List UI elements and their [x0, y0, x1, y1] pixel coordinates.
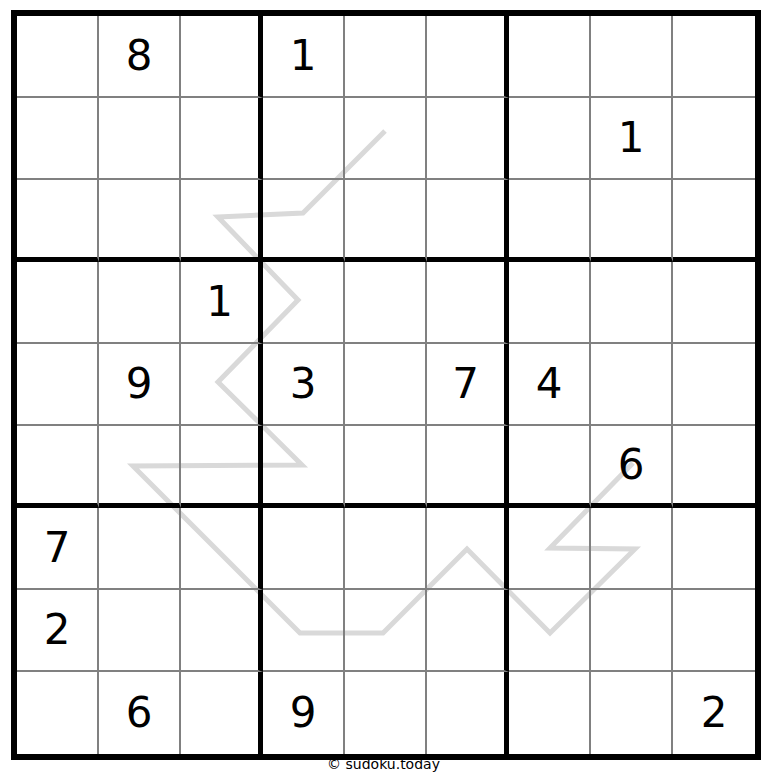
cell-r3c7[interactable] [509, 180, 591, 262]
cell-r5c9[interactable] [673, 344, 755, 426]
cell-r7c1[interactable]: 7 [17, 508, 99, 590]
cell-r9c4[interactable]: 9 [263, 672, 345, 754]
copyright-text: © sudoku.today [0, 756, 767, 772]
cell-r3c9[interactable] [673, 180, 755, 262]
cell-r7c3[interactable] [181, 508, 263, 590]
cell-r8c3[interactable] [181, 590, 263, 672]
cell-r2c6[interactable] [427, 98, 509, 180]
cell-r3c4[interactable] [263, 180, 345, 262]
cell-r1c7[interactable] [509, 16, 591, 98]
cell-r7c8[interactable] [591, 508, 673, 590]
cell-r8c7[interactable] [509, 590, 591, 672]
cell-r4c3[interactable]: 1 [181, 262, 263, 344]
cell-r8c5[interactable] [345, 590, 427, 672]
cell-r3c6[interactable] [427, 180, 509, 262]
cell-r6c5[interactable] [345, 426, 427, 508]
cell-r4c6[interactable] [427, 262, 509, 344]
cell-r4c7[interactable] [509, 262, 591, 344]
cell-r6c6[interactable] [427, 426, 509, 508]
cell-r5c4[interactable]: 3 [263, 344, 345, 426]
cell-r2c8[interactable]: 1 [591, 98, 673, 180]
cell-r5c8[interactable] [591, 344, 673, 426]
cell-r1c2[interactable]: 8 [99, 16, 181, 98]
cell-r4c4[interactable] [263, 262, 345, 344]
cell-r9c7[interactable] [509, 672, 591, 754]
cell-r7c9[interactable] [673, 508, 755, 590]
cell-r2c7[interactable] [509, 98, 591, 180]
cell-r2c9[interactable] [673, 98, 755, 180]
cell-r1c1[interactable] [17, 16, 99, 98]
cell-r9c9[interactable]: 2 [673, 672, 755, 754]
cell-r6c3[interactable] [181, 426, 263, 508]
cell-r7c2[interactable] [99, 508, 181, 590]
cell-r1c5[interactable] [345, 16, 427, 98]
cell-r4c9[interactable] [673, 262, 755, 344]
cell-r4c2[interactable] [99, 262, 181, 344]
cell-r5c5[interactable] [345, 344, 427, 426]
cell-r9c1[interactable] [17, 672, 99, 754]
cell-r3c1[interactable] [17, 180, 99, 262]
cell-r7c7[interactable] [509, 508, 591, 590]
cell-r4c1[interactable] [17, 262, 99, 344]
cell-r9c3[interactable] [181, 672, 263, 754]
cell-r8c2[interactable] [99, 590, 181, 672]
cell-r3c5[interactable] [345, 180, 427, 262]
cell-r3c8[interactable] [591, 180, 673, 262]
cell-r7c6[interactable] [427, 508, 509, 590]
cell-r8c4[interactable] [263, 590, 345, 672]
cell-r4c8[interactable] [591, 262, 673, 344]
cell-r2c1[interactable] [17, 98, 99, 180]
cell-r1c8[interactable] [591, 16, 673, 98]
cell-r6c2[interactable] [99, 426, 181, 508]
cell-r5c1[interactable] [17, 344, 99, 426]
cell-r2c2[interactable] [99, 98, 181, 180]
cell-r2c4[interactable] [263, 98, 345, 180]
cell-r1c3[interactable] [181, 16, 263, 98]
cell-r8c9[interactable] [673, 590, 755, 672]
cell-r1c9[interactable] [673, 16, 755, 98]
cell-r5c3[interactable] [181, 344, 263, 426]
cell-r6c9[interactable] [673, 426, 755, 508]
cell-r2c5[interactable] [345, 98, 427, 180]
cell-r9c2[interactable]: 6 [99, 672, 181, 754]
cell-r9c6[interactable] [427, 672, 509, 754]
cell-r9c8[interactable] [591, 672, 673, 754]
cell-r9c5[interactable] [345, 672, 427, 754]
cell-r1c4[interactable]: 1 [263, 16, 345, 98]
cell-r6c1[interactable] [17, 426, 99, 508]
cell-r7c5[interactable] [345, 508, 427, 590]
cell-r5c6[interactable]: 7 [427, 344, 509, 426]
cell-r6c4[interactable] [263, 426, 345, 508]
cell-r8c1[interactable]: 2 [17, 590, 99, 672]
cell-r2c3[interactable] [181, 98, 263, 180]
cell-r5c2[interactable]: 9 [99, 344, 181, 426]
cell-r4c5[interactable] [345, 262, 427, 344]
cell-r1c6[interactable] [427, 16, 509, 98]
cell-r3c2[interactable] [99, 180, 181, 262]
cell-r6c8[interactable]: 6 [591, 426, 673, 508]
cell-r8c6[interactable] [427, 590, 509, 672]
cell-r8c8[interactable] [591, 590, 673, 672]
cell-r6c7[interactable] [509, 426, 591, 508]
sudoku-board: 81119374672692 [11, 10, 761, 760]
cell-r5c7[interactable]: 4 [509, 344, 591, 426]
cell-r7c4[interactable] [263, 508, 345, 590]
cell-r3c3[interactable] [181, 180, 263, 262]
